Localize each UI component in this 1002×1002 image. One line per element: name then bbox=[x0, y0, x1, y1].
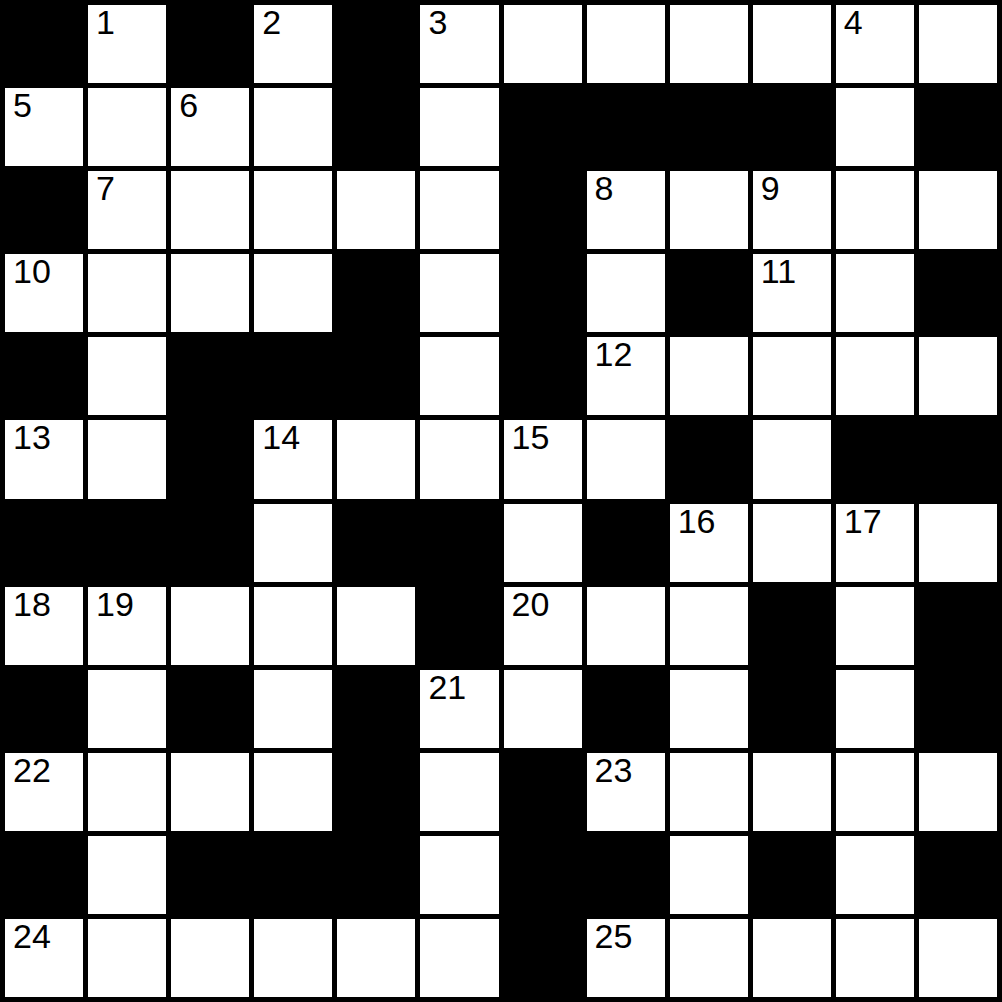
clue-number: 4 bbox=[844, 5, 863, 39]
black-cell bbox=[5, 5, 83, 83]
black-cell bbox=[587, 670, 665, 748]
white-cell[interactable]: 7 bbox=[88, 171, 166, 249]
white-cell[interactable] bbox=[836, 171, 914, 249]
white-cell[interactable] bbox=[171, 587, 249, 665]
clue-number: 25 bbox=[595, 919, 633, 953]
white-cell[interactable] bbox=[919, 5, 997, 83]
white-cell[interactable] bbox=[171, 171, 249, 249]
white-cell[interactable] bbox=[420, 171, 498, 249]
white-cell[interactable] bbox=[254, 254, 332, 332]
clue-number: 5 bbox=[13, 88, 32, 122]
black-cell bbox=[753, 836, 831, 914]
white-cell[interactable] bbox=[88, 919, 166, 997]
white-cell[interactable] bbox=[504, 5, 582, 83]
white-cell[interactable] bbox=[337, 420, 415, 498]
white-cell[interactable] bbox=[836, 337, 914, 415]
white-cell[interactable] bbox=[670, 919, 748, 997]
white-cell[interactable]: 12 bbox=[587, 337, 665, 415]
white-cell[interactable]: 17 bbox=[836, 504, 914, 582]
black-cell bbox=[337, 254, 415, 332]
black-cell bbox=[753, 670, 831, 748]
white-cell[interactable]: 8 bbox=[587, 171, 665, 249]
black-cell bbox=[337, 670, 415, 748]
white-cell[interactable]: 4 bbox=[836, 5, 914, 83]
crossword-board: 1234567891011121314151617181920212223242… bbox=[0, 0, 1002, 1002]
black-cell bbox=[254, 836, 332, 914]
white-cell[interactable]: 14 bbox=[254, 420, 332, 498]
white-cell[interactable] bbox=[919, 504, 997, 582]
black-cell bbox=[5, 670, 83, 748]
white-cell[interactable] bbox=[420, 88, 498, 166]
white-cell[interactable] bbox=[753, 919, 831, 997]
white-cell[interactable]: 18 bbox=[5, 587, 83, 665]
white-cell[interactable]: 25 bbox=[587, 919, 665, 997]
white-cell[interactable] bbox=[337, 171, 415, 249]
black-cell bbox=[504, 753, 582, 831]
white-cell[interactable]: 20 bbox=[504, 587, 582, 665]
white-cell[interactable]: 3 bbox=[420, 5, 498, 83]
white-cell[interactable] bbox=[919, 919, 997, 997]
black-cell bbox=[587, 504, 665, 582]
black-cell bbox=[753, 88, 831, 166]
white-cell[interactable]: 5 bbox=[5, 88, 83, 166]
white-cell[interactable] bbox=[836, 587, 914, 665]
clue-number: 13 bbox=[13, 420, 51, 454]
black-cell bbox=[919, 254, 997, 332]
clue-number: 9 bbox=[761, 171, 780, 205]
white-cell[interactable] bbox=[88, 836, 166, 914]
black-cell bbox=[337, 504, 415, 582]
black-cell bbox=[337, 5, 415, 83]
white-cell[interactable] bbox=[254, 919, 332, 997]
white-cell[interactable] bbox=[88, 337, 166, 415]
white-cell[interactable] bbox=[753, 504, 831, 582]
black-cell bbox=[171, 5, 249, 83]
black-cell bbox=[171, 504, 249, 582]
clue-number: 20 bbox=[512, 587, 550, 621]
white-cell[interactable] bbox=[254, 171, 332, 249]
clue-number: 11 bbox=[761, 254, 796, 288]
white-cell[interactable]: 6 bbox=[171, 88, 249, 166]
black-cell bbox=[171, 337, 249, 415]
white-cell[interactable] bbox=[88, 88, 166, 166]
white-cell[interactable] bbox=[420, 254, 498, 332]
clue-number: 16 bbox=[678, 504, 716, 538]
white-cell[interactable]: 2 bbox=[254, 5, 332, 83]
white-cell[interactable]: 24 bbox=[5, 919, 83, 997]
white-cell[interactable] bbox=[88, 420, 166, 498]
black-cell bbox=[919, 836, 997, 914]
black-cell bbox=[504, 254, 582, 332]
white-cell[interactable] bbox=[587, 587, 665, 665]
white-cell[interactable]: 22 bbox=[5, 753, 83, 831]
white-cell[interactable] bbox=[670, 753, 748, 831]
white-cell[interactable] bbox=[670, 670, 748, 748]
black-cell bbox=[254, 337, 332, 415]
white-cell[interactable] bbox=[420, 337, 498, 415]
black-cell bbox=[504, 836, 582, 914]
black-cell bbox=[919, 670, 997, 748]
white-cell[interactable] bbox=[254, 753, 332, 831]
black-cell bbox=[5, 171, 83, 249]
white-cell[interactable] bbox=[753, 753, 831, 831]
clue-number: 18 bbox=[13, 587, 51, 621]
black-cell bbox=[171, 836, 249, 914]
black-cell bbox=[919, 587, 997, 665]
black-cell bbox=[919, 420, 997, 498]
white-cell[interactable]: 10 bbox=[5, 254, 83, 332]
black-cell bbox=[587, 88, 665, 166]
clue-number: 22 bbox=[13, 753, 51, 787]
white-cell[interactable] bbox=[836, 753, 914, 831]
black-cell bbox=[670, 88, 748, 166]
white-cell[interactable] bbox=[670, 171, 748, 249]
white-cell[interactable] bbox=[919, 753, 997, 831]
white-cell[interactable] bbox=[670, 587, 748, 665]
white-cell[interactable] bbox=[753, 337, 831, 415]
black-cell bbox=[420, 587, 498, 665]
white-cell[interactable] bbox=[337, 919, 415, 997]
white-cell[interactable]: 9 bbox=[753, 171, 831, 249]
black-cell bbox=[504, 919, 582, 997]
clue-number: 21 bbox=[428, 670, 466, 704]
black-cell bbox=[670, 254, 748, 332]
clue-number: 12 bbox=[595, 337, 633, 371]
white-cell[interactable] bbox=[504, 504, 582, 582]
white-cell[interactable] bbox=[88, 670, 166, 748]
white-cell[interactable] bbox=[670, 337, 748, 415]
white-cell[interactable]: 15 bbox=[504, 420, 582, 498]
black-cell bbox=[337, 836, 415, 914]
black-cell bbox=[504, 337, 582, 415]
white-cell[interactable] bbox=[420, 753, 498, 831]
white-cell[interactable] bbox=[171, 753, 249, 831]
white-cell[interactable]: 16 bbox=[670, 504, 748, 582]
clue-number: 2 bbox=[262, 5, 281, 39]
black-cell bbox=[504, 171, 582, 249]
white-cell[interactable] bbox=[420, 420, 498, 498]
white-cell[interactable] bbox=[337, 587, 415, 665]
white-cell[interactable] bbox=[88, 753, 166, 831]
clue-number: 1 bbox=[96, 5, 115, 39]
black-cell bbox=[670, 420, 748, 498]
white-cell[interactable]: 23 bbox=[587, 753, 665, 831]
white-cell[interactable] bbox=[254, 504, 332, 582]
clue-number: 23 bbox=[595, 753, 633, 787]
clue-number: 7 bbox=[96, 171, 115, 205]
white-cell[interactable] bbox=[254, 587, 332, 665]
white-cell[interactable] bbox=[836, 254, 914, 332]
black-cell bbox=[337, 337, 415, 415]
black-cell bbox=[753, 587, 831, 665]
black-cell bbox=[504, 88, 582, 166]
white-cell[interactable] bbox=[171, 254, 249, 332]
black-cell bbox=[171, 420, 249, 498]
clue-number: 15 bbox=[512, 420, 550, 454]
clue-number: 19 bbox=[96, 587, 134, 621]
white-cell[interactable]: 11 bbox=[753, 254, 831, 332]
white-cell[interactable] bbox=[254, 670, 332, 748]
clue-number: 24 bbox=[13, 919, 51, 953]
white-cell[interactable] bbox=[587, 5, 665, 83]
clue-number: 6 bbox=[179, 88, 198, 122]
clue-number: 14 bbox=[262, 420, 300, 454]
white-cell[interactable]: 13 bbox=[5, 420, 83, 498]
clue-number: 8 bbox=[595, 171, 614, 205]
white-cell[interactable] bbox=[919, 171, 997, 249]
white-cell[interactable] bbox=[670, 5, 748, 83]
crossword-puzzle: 1234567891011121314151617181920212223242… bbox=[0, 0, 1002, 1002]
clue-number: 17 bbox=[844, 504, 882, 538]
white-cell[interactable] bbox=[919, 337, 997, 415]
white-cell[interactable] bbox=[753, 5, 831, 83]
white-cell[interactable] bbox=[171, 919, 249, 997]
black-cell bbox=[420, 504, 498, 582]
clue-number: 10 bbox=[13, 254, 51, 288]
black-cell bbox=[836, 420, 914, 498]
white-cell[interactable] bbox=[836, 670, 914, 748]
white-cell[interactable] bbox=[836, 836, 914, 914]
black-cell bbox=[5, 836, 83, 914]
white-cell[interactable] bbox=[587, 420, 665, 498]
white-cell[interactable] bbox=[504, 670, 582, 748]
black-cell bbox=[919, 88, 997, 166]
black-cell bbox=[88, 504, 166, 582]
black-cell bbox=[5, 504, 83, 582]
white-cell[interactable] bbox=[753, 420, 831, 498]
white-cell[interactable] bbox=[88, 254, 166, 332]
black-cell bbox=[337, 88, 415, 166]
white-cell[interactable]: 21 bbox=[420, 670, 498, 748]
clue-number: 3 bbox=[428, 5, 447, 39]
black-cell bbox=[337, 753, 415, 831]
black-cell bbox=[587, 836, 665, 914]
white-cell[interactable] bbox=[670, 836, 748, 914]
white-cell[interactable] bbox=[254, 88, 332, 166]
black-cell bbox=[171, 670, 249, 748]
black-cell bbox=[5, 337, 83, 415]
white-cell[interactable] bbox=[420, 836, 498, 914]
white-cell[interactable]: 19 bbox=[88, 587, 166, 665]
white-cell[interactable] bbox=[836, 88, 914, 166]
white-cell[interactable] bbox=[420, 919, 498, 997]
white-cell[interactable]: 1 bbox=[88, 5, 166, 83]
white-cell[interactable] bbox=[836, 919, 914, 997]
white-cell[interactable] bbox=[587, 254, 665, 332]
